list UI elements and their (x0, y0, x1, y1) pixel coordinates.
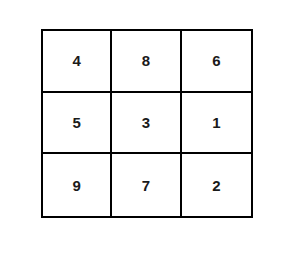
grid-cell-r3c1: 9 (43, 154, 112, 216)
grid-cell-r2c3: 1 (182, 93, 251, 155)
puzzle-diagram: 4 8 6 5 3 1 9 7 2 (0, 0, 297, 258)
number-grid-board: 4 8 6 5 3 1 9 7 2 (41, 29, 253, 218)
grid-cell-r3c2: 7 (112, 154, 181, 216)
grid-cell-r2c2: 3 (112, 93, 181, 155)
grid-cell-r1c3: 6 (182, 31, 251, 93)
grid-cell-r1c2: 8 (112, 31, 181, 93)
grid-cell-r3c3: 2 (182, 154, 251, 216)
grid-cell-r1c1: 4 (43, 31, 112, 93)
grid-cell-r2c1: 5 (43, 93, 112, 155)
